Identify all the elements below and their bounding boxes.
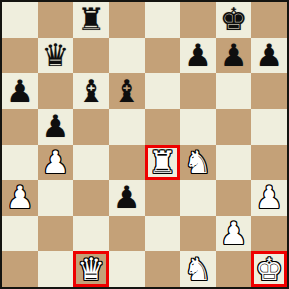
white-queen[interactable]: ♛ (77, 252, 105, 287)
square-d6[interactable]: ♝ (109, 73, 145, 109)
white-knight[interactable]: ♞ (184, 145, 212, 180)
square-b5[interactable]: ♟ (38, 109, 74, 145)
square-b3[interactable] (38, 180, 74, 216)
square-f1[interactable]: ♞ (180, 251, 216, 287)
white-knight[interactable]: ♞ (184, 252, 212, 287)
square-b1[interactable] (38, 251, 74, 287)
square-b4[interactable]: ♟ (38, 145, 74, 181)
white-rook[interactable]: ♜ (148, 145, 176, 180)
black-pawn[interactable]: ♟ (42, 109, 70, 144)
square-g6[interactable] (216, 73, 252, 109)
square-h7[interactable]: ♟ (251, 38, 287, 74)
square-f3[interactable] (180, 180, 216, 216)
square-c5[interactable] (73, 109, 109, 145)
square-d8[interactable] (109, 2, 145, 38)
square-e7[interactable] (145, 38, 181, 74)
square-g1[interactable] (216, 251, 252, 287)
white-pawn[interactable]: ♟ (42, 145, 70, 180)
square-d3[interactable]: ♟ (109, 180, 145, 216)
square-g5[interactable] (216, 109, 252, 145)
square-b2[interactable] (38, 216, 74, 252)
square-c2[interactable] (73, 216, 109, 252)
square-a5[interactable] (2, 109, 38, 145)
square-d2[interactable] (109, 216, 145, 252)
black-pawn[interactable]: ♟ (184, 38, 212, 73)
black-pawn[interactable]: ♟ (220, 38, 248, 73)
square-g4[interactable] (216, 145, 252, 181)
square-c1[interactable]: ♛ (73, 251, 109, 287)
square-h4[interactable] (251, 145, 287, 181)
square-d4[interactable] (109, 145, 145, 181)
square-h8[interactable] (251, 2, 287, 38)
chess-board: ♜♚♛♟♟♟♟♝♝♟♟♜♞♟♟♟♟♛♞♚ (0, 0, 289, 289)
square-h6[interactable] (251, 73, 287, 109)
square-h1[interactable]: ♚ (251, 251, 287, 287)
square-g3[interactable] (216, 180, 252, 216)
square-f2[interactable] (180, 216, 216, 252)
square-f8[interactable] (180, 2, 216, 38)
square-a3[interactable]: ♟ (2, 180, 38, 216)
black-king[interactable]: ♚ (220, 2, 248, 37)
square-g2[interactable]: ♟ (216, 216, 252, 252)
white-pawn[interactable]: ♟ (6, 180, 34, 215)
black-pawn[interactable]: ♟ (255, 38, 283, 73)
square-h5[interactable] (251, 109, 287, 145)
square-f6[interactable] (180, 73, 216, 109)
square-a4[interactable] (2, 145, 38, 181)
square-d7[interactable] (109, 38, 145, 74)
square-e8[interactable] (145, 2, 181, 38)
square-g8[interactable]: ♚ (216, 2, 252, 38)
square-a7[interactable] (2, 38, 38, 74)
square-b8[interactable] (38, 2, 74, 38)
black-pawn[interactable]: ♟ (113, 180, 141, 215)
black-queen[interactable]: ♛ (42, 38, 70, 73)
square-e2[interactable] (145, 216, 181, 252)
square-b6[interactable] (38, 73, 74, 109)
square-c3[interactable] (73, 180, 109, 216)
square-f5[interactable] (180, 109, 216, 145)
white-pawn[interactable]: ♟ (255, 180, 283, 215)
square-g7[interactable]: ♟ (216, 38, 252, 74)
square-d5[interactable] (109, 109, 145, 145)
square-b7[interactable]: ♛ (38, 38, 74, 74)
white-pawn[interactable]: ♟ (220, 216, 248, 251)
square-f4[interactable]: ♞ (180, 145, 216, 181)
square-a8[interactable] (2, 2, 38, 38)
square-c6[interactable]: ♝ (73, 73, 109, 109)
black-rook[interactable]: ♜ (77, 2, 105, 37)
square-a6[interactable]: ♟ (2, 73, 38, 109)
square-d1[interactable] (109, 251, 145, 287)
square-a1[interactable] (2, 251, 38, 287)
square-e4[interactable]: ♜ (145, 145, 181, 181)
square-e5[interactable] (145, 109, 181, 145)
black-bishop[interactable]: ♝ (113, 74, 141, 109)
square-c4[interactable] (73, 145, 109, 181)
square-h2[interactable] (251, 216, 287, 252)
square-e6[interactable] (145, 73, 181, 109)
square-h3[interactable]: ♟ (251, 180, 287, 216)
black-pawn[interactable]: ♟ (6, 74, 34, 109)
square-c8[interactable]: ♜ (73, 2, 109, 38)
square-e3[interactable] (145, 180, 181, 216)
square-e1[interactable] (145, 251, 181, 287)
black-bishop[interactable]: ♝ (77, 74, 105, 109)
square-a2[interactable] (2, 216, 38, 252)
square-c7[interactable] (73, 38, 109, 74)
white-king[interactable]: ♚ (255, 252, 283, 287)
square-f7[interactable]: ♟ (180, 38, 216, 74)
